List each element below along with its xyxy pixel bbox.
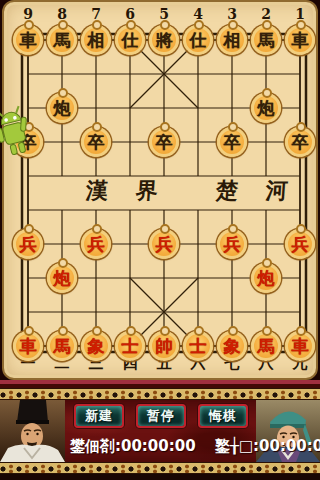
piece-red-兵[interactable]: 兵: [285, 229, 315, 259]
piece-black-車[interactable]: 車: [285, 25, 315, 55]
piece-black-相[interactable]: 相: [217, 25, 247, 55]
piece-character: 炮: [54, 270, 71, 287]
piece-red-兵[interactable]: 兵: [13, 229, 43, 259]
piece-character: 兵: [88, 236, 105, 253]
piece-black-卒[interactable]: 卒: [81, 127, 111, 157]
piece-black-馬[interactable]: 馬: [47, 25, 77, 55]
piece-character: 馬: [54, 32, 71, 49]
piece-red-兵[interactable]: 兵: [149, 229, 179, 259]
bottom-edge: [0, 474, 320, 480]
piece-character: 帥: [156, 338, 173, 355]
piece-black-卒[interactable]: 卒: [285, 127, 315, 157]
piece-character: 車: [20, 32, 37, 49]
piece-character: 象: [224, 338, 241, 355]
xiangqi-board[interactable]: 漢 界 楚 河 987654321 一二三四五六七八九 車馬相仕將仕相馬車炮炮卒…: [2, 0, 318, 380]
piece-character: 卒: [224, 134, 241, 151]
piece-black-仕[interactable]: 仕: [183, 25, 213, 55]
piece-character: 兵: [292, 236, 309, 253]
portrait-left-player: [0, 400, 65, 462]
piece-character: 兵: [224, 236, 241, 253]
piece-character: 炮: [258, 100, 275, 117]
piece-character: 仕: [190, 32, 207, 49]
piece-red-象[interactable]: 象: [217, 331, 247, 361]
piece-character: 馬: [258, 338, 275, 355]
piece-red-士[interactable]: 士: [183, 331, 213, 361]
piece-red-炮[interactable]: 炮: [251, 263, 281, 293]
new-game-button[interactable]: 新建: [74, 404, 124, 428]
timer-row: 鐢佃剳:00:00:00 鐜╁□:00:00:09: [70, 437, 320, 456]
piece-red-帥[interactable]: 帥: [149, 331, 179, 361]
piece-red-馬[interactable]: 馬: [251, 331, 281, 361]
piece-character: 兵: [20, 236, 37, 253]
piece-character: 相: [224, 32, 241, 49]
piece-red-馬[interactable]: 馬: [47, 331, 77, 361]
piece-red-車[interactable]: 車: [13, 331, 43, 361]
piece-character: 仕: [122, 32, 139, 49]
piece-character: 車: [292, 338, 309, 355]
piece-red-士[interactable]: 士: [115, 331, 145, 361]
piece-character: 馬: [54, 338, 71, 355]
piece-red-兵[interactable]: 兵: [81, 229, 111, 259]
computer-timer-value: 00:00:00: [121, 437, 196, 455]
button-row: 新建 暂停 悔棋: [66, 404, 256, 428]
piece-character: 卒: [292, 134, 309, 151]
piece-black-仕[interactable]: 仕: [115, 25, 145, 55]
piece-black-車[interactable]: 車: [13, 25, 43, 55]
piece-character: 炮: [258, 270, 275, 287]
undo-move-button[interactable]: 悔棋: [198, 404, 248, 428]
pause-button[interactable]: 暂停: [136, 404, 186, 428]
river-label-hanjie: 漢 界: [85, 176, 169, 206]
piece-black-馬[interactable]: 馬: [251, 25, 281, 55]
piece-red-象[interactable]: 象: [81, 331, 111, 361]
piece-character: 士: [190, 338, 207, 355]
piece-red-車[interactable]: 車: [285, 331, 315, 361]
piece-character: 車: [20, 338, 37, 355]
computer-timer-label: 鐢佃剳:: [70, 437, 121, 455]
piece-black-炮[interactable]: 炮: [251, 93, 281, 123]
piece-character: 炮: [54, 100, 71, 117]
piece-black-卒[interactable]: 卒: [217, 127, 247, 157]
piece-character: 卒: [88, 134, 105, 151]
piece-character: 車: [292, 32, 309, 49]
piece-character: 士: [122, 338, 139, 355]
piece-character: 象: [88, 338, 105, 355]
player-timer-value: 00:00:09: [259, 437, 320, 455]
ornament-band-top: [0, 388, 320, 400]
ornament-band-bottom: [0, 462, 320, 474]
piece-black-相[interactable]: 相: [81, 25, 111, 55]
player-timer-label: 鐜╁□:: [215, 437, 259, 455]
xiangqi-app-screen: 漢 界 楚 河 987654321 一二三四五六七八九 車馬相仕將仕相馬車炮炮卒…: [0, 0, 320, 480]
piece-character: 相: [88, 32, 105, 49]
piece-black-將[interactable]: 將: [149, 25, 179, 55]
piece-character: 兵: [156, 236, 173, 253]
piece-character: 馬: [258, 32, 275, 49]
piece-character: 卒: [156, 134, 173, 151]
piece-black-炮[interactable]: 炮: [47, 93, 77, 123]
piece-black-卒[interactable]: 卒: [149, 127, 179, 157]
piece-character: 將: [156, 32, 173, 49]
river-label-chuhe: 楚 河: [215, 176, 299, 206]
piece-red-炮[interactable]: 炮: [47, 263, 77, 293]
piece-red-兵[interactable]: 兵: [217, 229, 247, 259]
